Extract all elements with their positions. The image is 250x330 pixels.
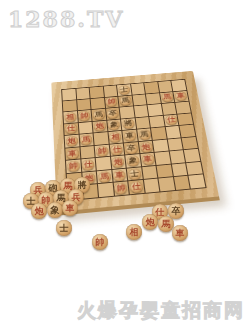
board-cell: 帥 [95,145,110,158]
game-piece-red: 炮 [112,156,125,168]
board-cell [172,163,188,176]
game-piece-red: 相 [64,112,76,123]
board-cell: 炮 [93,120,107,132]
board-cell [153,139,168,152]
board-cell: 相 [63,111,77,123]
board-cell [120,106,134,118]
board-cell: 帥 [113,182,129,196]
board-cell [144,179,160,193]
board-cell: 車 [112,169,127,183]
loose-piece: 炮 [142,214,158,230]
game-piece-red: 車 [113,169,127,181]
board-cell [157,164,173,177]
board-cell [76,88,90,99]
board-cell [155,152,171,165]
board-cell: 仕 [129,180,145,194]
game-piece-red: 仕 [129,181,143,193]
board-cell: 仕 [164,114,179,126]
board-cell [145,82,159,93]
board-cell: 相 [108,131,123,144]
board-cell [103,85,117,96]
board-cell: 士 [127,167,143,181]
board-cell [159,178,175,192]
board-cell [98,183,113,197]
game-piece-dark: 士 [128,168,142,180]
game-piece-dark: 馬 [138,129,151,140]
board-cell [94,132,109,145]
board-cell [162,103,177,115]
board-cell [170,150,186,163]
board-cell [168,138,184,151]
board-cell [148,104,163,116]
board-cell: 馬 [92,109,106,121]
board-cell [174,176,190,190]
loose-piece: 帥 [92,234,108,250]
board-cell [172,80,187,91]
game-piece-dark: 馬 [119,96,132,106]
game-piece-red: 炮 [93,121,106,132]
board-cell [134,105,149,117]
board-cell: 士 [117,84,131,95]
board-cell [132,94,146,106]
board-cell: 卒 [124,142,139,155]
board-cell [182,137,198,150]
game-piece-red: 帥 [67,160,80,172]
game-piece-red: 炮 [65,136,78,147]
board-cell: 仕 [81,158,96,171]
board-cell [151,127,166,139]
board-cell [80,146,95,159]
game-piece-dark: 卒 [125,143,138,154]
game-piece-dark: 士 [118,85,130,95]
board-cell: 車 [140,153,155,166]
board-cell [77,99,91,111]
board-cell: 炮 [139,141,154,154]
board-cell: 車 [65,147,80,160]
game-piece-red: 仕 [110,144,123,155]
board-cell: 馬 [79,134,93,147]
board-cell [166,126,181,138]
game-piece-dark: 車 [123,130,136,141]
board-cell [176,102,191,114]
game-piece-red: 車 [66,148,79,159]
game-piece-red: 仕 [165,115,178,126]
board-cell: 仕 [109,143,124,156]
board-cell [189,175,205,189]
game-piece-dark: 象 [126,155,140,167]
game-piece-red: 馬 [98,171,112,183]
game-piece-dark: 象 [108,120,121,131]
board-cell [146,93,161,105]
board-cell [78,122,92,134]
board-cell: 卒 [106,108,120,120]
loose-piece: 炮 [31,203,47,219]
board-cell: 炮 [111,156,126,169]
board-cell: 仕 [64,123,78,135]
game-piece-red: 馬 [80,134,93,145]
board-cell [131,83,145,94]
game-piece-red: 馬 [161,92,174,102]
board-cell [62,89,76,100]
game-piece-red: 仕 [65,124,78,135]
board-cell: 帥 [78,110,92,122]
game-piece-red: 帥 [96,145,109,156]
game-piece-red: 炮 [139,141,153,152]
watermark-1288tv: 1288.TV [8,6,124,32]
board-cell: 車 [123,130,138,142]
board-cell [180,125,195,137]
board-cell: 馬 [137,129,152,141]
board-cell: 馬 [97,170,112,184]
product-photo: 1288.TV 士帥馬馬車相帥馬卒仕炮象將仕炮馬相車馬車帥仕卒炮帥仕炮象車炮馬車… [0,0,250,330]
game-piece-red: 車 [175,91,188,101]
board-cell [63,100,77,112]
board-cell [184,149,200,162]
board-cell [178,113,193,125]
board-cell: 象 [107,119,122,131]
board-cell [150,116,165,128]
board-cell: 車 [174,91,189,102]
board-cell [135,117,150,129]
board-cell: 馬 [118,95,132,107]
board-cell: 象 [125,154,140,167]
board-cell [187,162,203,175]
game-piece-dark: 馬 [92,110,105,121]
board-cell: 炮 [65,135,79,148]
board-cell [91,98,105,110]
loose-piece: 象 [47,202,63,218]
game-piece-dark: 卒 [107,108,120,119]
board-cell [158,81,172,92]
loose-piece: 車 [172,225,188,241]
game-piece-red: 帥 [114,183,128,195]
board-cell: 馬 [160,92,175,103]
game-piece-red: 車 [141,154,155,166]
watermark-huobao: 火爆孕婴童招商网 [77,298,245,324]
board-cell: 將 [121,118,136,130]
game-piece-red: 帥 [78,111,90,122]
game-piece-red: 仕 [82,159,95,171]
board-cell: 帥 [66,160,81,173]
board-cell [142,166,158,180]
loose-piece: 車 [62,200,78,216]
game-piece-red: 相 [109,132,122,143]
loose-piece: 相 [126,224,142,240]
game-piece-red: 帥 [105,97,118,107]
board-cell [96,157,111,170]
board-cell [90,87,104,98]
loose-piece: 士 [56,220,72,236]
game-piece-dark: 將 [122,119,135,130]
board-cell: 帥 [105,96,119,108]
